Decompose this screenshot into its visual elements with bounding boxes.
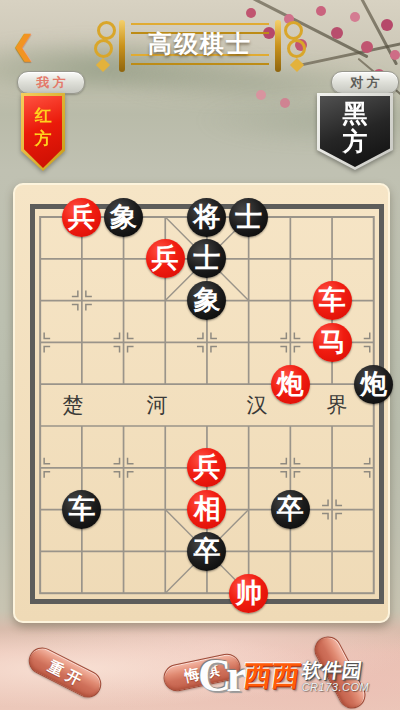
black-side-banner: 黑 方	[317, 93, 393, 170]
piece-red-general[interactable]: 帅	[229, 574, 268, 613]
svg-text:河: 河	[147, 393, 168, 417]
back-button[interactable]: ❮	[12, 32, 35, 60]
board-panel: 楚河汉界 兵象将士兵士象车马炮炮兵车相卒卒帅	[13, 183, 390, 623]
undo-move-button[interactable]: 悔棋	[161, 651, 243, 694]
piece-black-advisor[interactable]: 士	[229, 198, 268, 237]
piece-red-cannon[interactable]: 炮	[271, 365, 310, 404]
red-banner-char: 方	[35, 127, 52, 150]
opponent-side-label: 对方	[331, 71, 399, 94]
svg-text:界: 界	[327, 393, 348, 417]
piece-red-chariot[interactable]: 车	[313, 281, 352, 320]
app-screen: ❮ 高级棋士 我方 对方 红 方 黑 方 楚河汉界 兵象将士兵士象车马炮炮兵车相…	[0, 0, 400, 710]
red-banner-char: 红	[35, 104, 52, 127]
black-banner-char: 方	[343, 127, 368, 155]
piece-black-soldier[interactable]: 卒	[271, 490, 310, 529]
plum-branch	[358, 0, 398, 66]
red-side-banner: 红 方	[21, 93, 65, 171]
piece-black-general[interactable]: 将	[187, 198, 226, 237]
svg-text:汉: 汉	[247, 393, 268, 417]
hidden-button[interactable]	[310, 632, 370, 710]
piece-red-soldier[interactable]: 兵	[146, 239, 185, 278]
plum-blossoms	[0, 0, 6, 6]
piece-black-elephant[interactable]: 象	[104, 198, 143, 237]
piece-red-soldier[interactable]: 兵	[62, 198, 101, 237]
page-title: 高级棋士	[95, 28, 305, 60]
plum-branch	[301, 41, 400, 67]
piece-black-cannon[interactable]: 炮	[354, 365, 393, 404]
title-frame: 高级棋士	[95, 20, 305, 68]
restart-button[interactable]: 重开	[24, 643, 106, 702]
svg-text:楚: 楚	[63, 393, 84, 417]
watermark-brand: 西西	[241, 657, 302, 695]
my-side-label: 我方	[17, 71, 85, 94]
black-banner-char: 黑	[343, 99, 368, 127]
piece-red-horse[interactable]: 马	[313, 323, 352, 362]
